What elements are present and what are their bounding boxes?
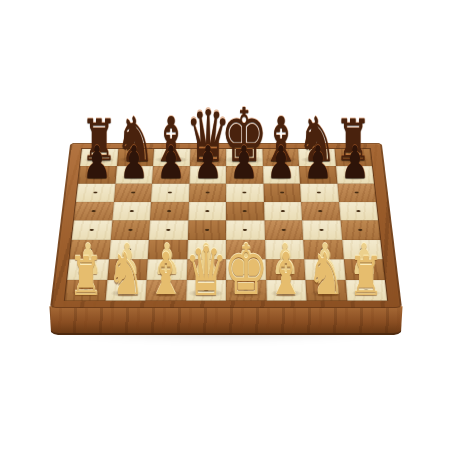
piece-white-bishop-c1[interactable]: ♝ [147, 245, 184, 303]
chess-set-photo: ♜♞♝♛♚♝♞♜♟♟♟♟♟♟♟♟♟♟♟♟♟♟♟♟♜♞♝♛♚♝♞♜ [0, 0, 452, 452]
piece-white-king-e1[interactable]: ♚ [224, 236, 268, 305]
piece-white-bishop-f1[interactable]: ♝ [267, 245, 304, 303]
piece-black-pawn-h7[interactable]: ♟ [340, 140, 369, 185]
piece-black-pawn-c7[interactable]: ♟ [156, 140, 185, 185]
piece-white-knight-g1[interactable]: ♞ [307, 245, 344, 303]
piece-white-rook-h1[interactable]: ♜ [349, 249, 383, 303]
piece-black-pawn-d7[interactable]: ♟ [193, 140, 222, 185]
pieces-layer: ♜♞♝♛♚♝♞♜♟♟♟♟♟♟♟♟♟♟♟♟♟♟♟♟♜♞♝♛♚♝♞♜ [0, 0, 452, 452]
piece-black-pawn-g7[interactable]: ♟ [304, 140, 333, 185]
piece-black-pawn-e7[interactable]: ♟ [230, 140, 259, 185]
piece-white-queen-d1[interactable]: ♛ [184, 238, 227, 305]
piece-white-knight-b1[interactable]: ♞ [107, 245, 144, 303]
piece-black-pawn-f7[interactable]: ♟ [267, 140, 296, 185]
piece-white-rook-a1[interactable]: ♜ [69, 249, 103, 303]
piece-black-pawn-a7[interactable]: ♟ [83, 140, 112, 185]
board-scene: ♜♞♝♛♚♝♞♜♟♟♟♟♟♟♟♟♟♟♟♟♟♟♟♟♜♞♝♛♚♝♞♜ [0, 0, 452, 452]
piece-black-pawn-b7[interactable]: ♟ [120, 140, 149, 185]
